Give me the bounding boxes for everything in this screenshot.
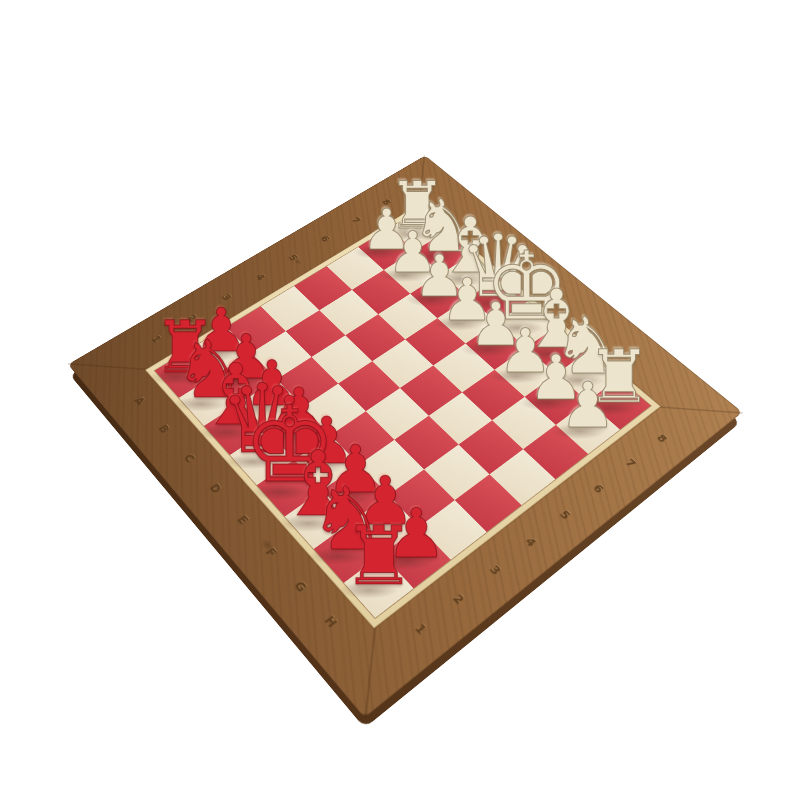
rank-label-right-6: 6 — [584, 478, 611, 501]
rank-label-right-7: 7 — [616, 453, 642, 475]
rank-label-right-2: 2 — [443, 587, 471, 613]
file-label-a: A — [126, 391, 151, 411]
file-label-e: E — [228, 509, 255, 533]
piece-red-rook-h1[interactable]: ♜ — [342, 516, 415, 597]
rank-label-right-5: 5 — [550, 504, 577, 527]
rank-label-left-5: 5 — [281, 250, 304, 267]
frame-mitre-seam — [364, 617, 377, 718]
rank-label-right-8: 8 — [648, 429, 674, 450]
file-label-b: B — [150, 419, 175, 440]
piece-cream-pawn-h7[interactable]: ♟ — [560, 374, 617, 437]
square-g4[interactable] — [424, 444, 489, 500]
rank-label-left-6: 6 — [313, 231, 335, 247]
file-label-h: H — [315, 610, 343, 636]
file-label-d: D — [201, 478, 227, 501]
rank-label-right-4: 4 — [516, 531, 543, 555]
rank-label-left-4: 4 — [248, 269, 271, 286]
square-g5[interactable] — [459, 420, 524, 474]
square-h4[interactable] — [455, 474, 522, 532]
frame-mitre-seam — [68, 363, 156, 371]
chessboard-photo: 1122334455667788ABCDEFGH ♜♞♝♛♚♝♞♜♟♟♟♟♟♟♟… — [0, 0, 800, 800]
frame-mitre-seam — [650, 406, 743, 414]
square-h5[interactable] — [489, 449, 555, 505]
file-label-g: G — [285, 575, 313, 600]
file-label-f: F — [256, 541, 283, 566]
rank-label-right-1: 1 — [405, 617, 434, 644]
file-label-c: C — [175, 448, 201, 470]
rank-label-right-3: 3 — [480, 559, 508, 584]
square-f5[interactable] — [429, 392, 492, 444]
